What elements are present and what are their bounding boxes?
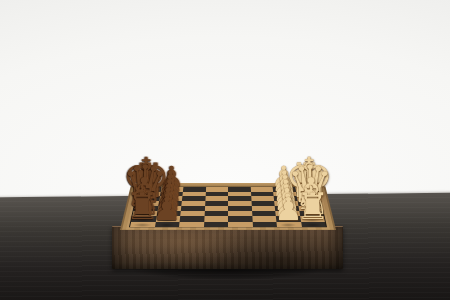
board-square [296, 196, 320, 201]
board-square [160, 186, 183, 191]
board-square [180, 205, 204, 210]
board-square [203, 216, 227, 221]
board-square [203, 221, 228, 226]
board-square [137, 186, 160, 191]
board-square [298, 211, 323, 216]
board-square [299, 216, 324, 221]
board-square [300, 221, 325, 226]
board-square [228, 196, 251, 201]
board-square [298, 205, 322, 210]
board-square [250, 186, 273, 191]
board-square [275, 216, 300, 221]
board-square [181, 196, 204, 201]
board-square [228, 201, 251, 206]
board-square [205, 191, 228, 196]
chess-box-front [112, 226, 343, 269]
photo-stage: ♜♟♟♜♞♟♟♞♝♟♟♝♚♟♟♚♛♟♟♛♝♟♟♝♞♟♟♞♜♟♟♜ [0, 0, 450, 300]
board-square [228, 186, 251, 191]
board-square [250, 191, 273, 196]
board-square [204, 211, 228, 216]
board-square [180, 211, 204, 216]
board-square [182, 186, 205, 191]
chess-board [130, 186, 326, 226]
board-square [251, 211, 275, 216]
board-square [252, 221, 277, 226]
board-square [274, 205, 298, 210]
board-square [133, 205, 157, 210]
board-square [228, 216, 252, 221]
board-square [228, 221, 253, 226]
board-square [204, 196, 227, 201]
board-square [250, 196, 273, 201]
board-square [182, 191, 205, 196]
board-square [228, 211, 252, 216]
board-square [155, 216, 180, 221]
board-square [276, 221, 301, 226]
board-square [130, 221, 155, 226]
board-square [274, 201, 298, 206]
board-square [179, 216, 203, 221]
board-square [228, 191, 251, 196]
board-square [136, 191, 160, 196]
board-square [154, 221, 179, 226]
board-square [204, 205, 228, 210]
board-square [157, 201, 181, 206]
board-square [205, 186, 228, 191]
board-square [179, 221, 204, 226]
board-square [204, 201, 227, 206]
board-square [159, 191, 182, 196]
board-square [156, 211, 180, 216]
board-square [134, 201, 158, 206]
board-square [251, 201, 275, 206]
board-square [131, 216, 156, 221]
board-square [297, 201, 321, 206]
board-square [228, 205, 252, 210]
board-square [158, 196, 182, 201]
board-square [275, 211, 299, 216]
board-square [251, 205, 275, 210]
board-square [295, 191, 319, 196]
board-square [132, 211, 157, 216]
board-square [157, 205, 181, 210]
board-square [135, 196, 159, 201]
board-square [294, 186, 317, 191]
board-square [273, 191, 296, 196]
board-square [181, 201, 205, 206]
board-square [273, 196, 297, 201]
board-square [272, 186, 295, 191]
board-square [251, 216, 275, 221]
